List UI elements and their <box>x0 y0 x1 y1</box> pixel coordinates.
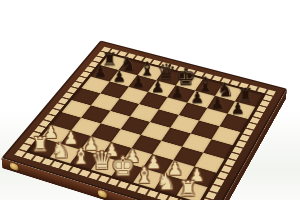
piece-white-rook[interactable]: ♜ <box>175 179 201 200</box>
product-photo-scene: ♜♞♝♛♚♝♞♜♟♟♟♟♟♟♟♟♟♟♟♟♟♟♟♟♜♞♝♛♚♝♞♜ <box>0 0 300 200</box>
piece-black-pawn[interactable]: ♟ <box>226 101 250 117</box>
brass-hinge-icon <box>98 189 107 198</box>
brass-clasp-icon <box>9 162 18 171</box>
